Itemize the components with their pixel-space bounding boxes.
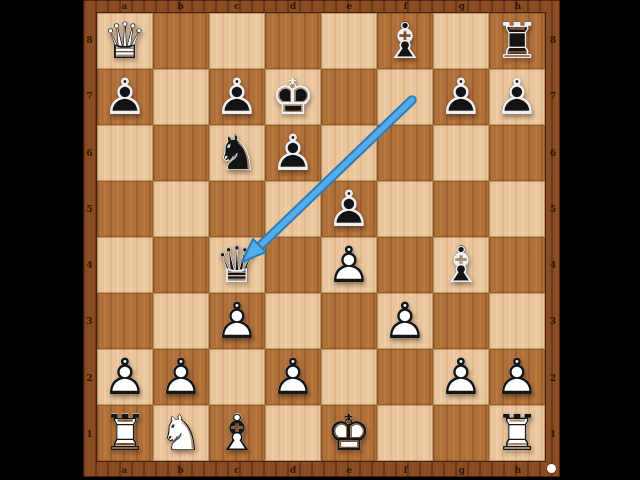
file-label-d: d: [265, 462, 321, 477]
white-pawn-glyph: ♟: [271, 352, 316, 402]
piece-black-pawn-d6[interactable]: ♟♙: [265, 125, 321, 181]
file-label-b: b: [152, 462, 208, 477]
white-pawn-glyph: ♟: [159, 352, 204, 402]
piece-white-knight-b1[interactable]: ♞♘: [153, 405, 209, 461]
black-pawn-detail-glyph: ♙: [271, 128, 316, 178]
rank-label-3: 3: [83, 293, 96, 349]
square-c2[interactable]: [209, 349, 265, 405]
rank-label-7: 7: [83, 68, 96, 124]
square-g2[interactable]: ♟♙: [433, 349, 489, 405]
white-pawn-detail-glyph: ♙: [215, 296, 260, 346]
square-e2[interactable]: [321, 349, 377, 405]
piece-black-pawn-c7[interactable]: ♟♙: [209, 69, 265, 125]
white-pawn-glyph: ♟: [215, 296, 260, 346]
black-pawn-detail-glyph: ♙: [327, 184, 372, 234]
square-d7[interactable]: ♚♔: [265, 69, 321, 125]
piece-black-bishop-f8[interactable]: ♝♗: [377, 13, 433, 69]
white-rook-glyph: ♜: [495, 408, 540, 458]
black-pawn-detail-glyph: ♙: [439, 72, 484, 122]
file-labels-top: abcdefgh: [96, 0, 546, 12]
square-c1[interactable]: ♝♗: [209, 405, 265, 461]
square-c4[interactable]: ♛♕: [209, 237, 265, 293]
white-pawn-glyph: ♟: [327, 240, 372, 290]
square-e5[interactable]: ♟♙: [321, 181, 377, 237]
black-pawn-glyph: ♟: [215, 72, 260, 122]
square-d4[interactable]: [265, 237, 321, 293]
black-pawn-glyph: ♟: [495, 72, 540, 122]
square-d2[interactable]: ♟♙: [265, 349, 321, 405]
square-b1[interactable]: ♞♘: [153, 405, 209, 461]
square-g3[interactable]: [433, 293, 489, 349]
square-b4[interactable]: [153, 237, 209, 293]
white-knight-glyph: ♞: [159, 408, 204, 458]
square-d3[interactable]: [265, 293, 321, 349]
black-pawn-detail-glyph: ♙: [103, 72, 148, 122]
white-rook-detail-glyph: ♖: [103, 408, 148, 458]
white-pawn-detail-glyph: ♙: [103, 352, 148, 402]
square-f6[interactable]: [377, 125, 433, 181]
white-pawn-detail-glyph: ♙: [439, 352, 484, 402]
rank-labels-right: 87654321: [546, 12, 560, 462]
square-b6[interactable]: [153, 125, 209, 181]
black-queen-glyph: ♛: [215, 240, 260, 290]
black-bishop-glyph: ♝: [439, 240, 484, 290]
rank-label-4: 4: [546, 237, 560, 293]
rank-label-4: 4: [83, 237, 96, 293]
square-c7[interactable]: ♟♙: [209, 69, 265, 125]
piece-white-rook-h1[interactable]: ♜♖: [489, 405, 545, 461]
square-c8[interactable]: [209, 13, 265, 69]
square-h7[interactable]: ♟♙: [489, 69, 545, 125]
piece-black-pawn-g7[interactable]: ♟♙: [433, 69, 489, 125]
white-king-detail-glyph: ♔: [327, 408, 372, 458]
square-e6[interactable]: [321, 125, 377, 181]
square-a7[interactable]: ♟♙: [97, 69, 153, 125]
piece-white-pawn-h2[interactable]: ♟♙: [489, 349, 545, 405]
file-label-g: g: [434, 0, 490, 12]
white-pawn-detail-glyph: ♙: [159, 352, 204, 402]
white-queen-glyph: ♛: [103, 16, 148, 66]
square-b5[interactable]: [153, 181, 209, 237]
square-h6[interactable]: [489, 125, 545, 181]
square-e3[interactable]: [321, 293, 377, 349]
left-letterbox: [0, 0, 83, 480]
square-e8[interactable]: [321, 13, 377, 69]
piece-black-pawn-a7[interactable]: ♟♙: [97, 69, 153, 125]
white-to-move-indicator: [547, 464, 556, 473]
rank-label-1: 1: [546, 406, 560, 462]
black-bishop-glyph: ♝: [383, 16, 428, 66]
square-d1[interactable]: [265, 405, 321, 461]
rank-label-2: 2: [546, 350, 560, 406]
piece-white-rook-a1[interactable]: ♜♖: [97, 405, 153, 461]
black-bishop-detail-glyph: ♗: [383, 16, 428, 66]
piece-white-pawn-a2[interactable]: ♟♙: [97, 349, 153, 405]
square-f2[interactable]: [377, 349, 433, 405]
white-bishop-glyph: ♝: [215, 408, 260, 458]
white-pawn-glyph: ♟: [495, 352, 540, 402]
square-a4[interactable]: [97, 237, 153, 293]
file-label-h: h: [490, 0, 546, 12]
piece-black-pawn-h7[interactable]: ♟♙: [489, 69, 545, 125]
piece-black-pawn-e5[interactable]: ♟♙: [321, 181, 377, 237]
file-label-h: h: [490, 462, 546, 477]
square-h2[interactable]: ♟♙: [489, 349, 545, 405]
white-rook-glyph: ♜: [103, 408, 148, 458]
piece-white-pawn-c3[interactable]: ♟♙: [209, 293, 265, 349]
file-label-c: c: [209, 462, 265, 477]
black-king-detail-glyph: ♔: [271, 72, 316, 122]
black-rook-glyph: ♜: [495, 16, 540, 66]
piece-black-bishop-g4[interactable]: ♝♗: [433, 237, 489, 293]
square-f7[interactable]: [377, 69, 433, 125]
piece-white-pawn-g2[interactable]: ♟♙: [433, 349, 489, 405]
square-a6[interactable]: [97, 125, 153, 181]
rank-label-6: 6: [546, 125, 560, 181]
piece-white-pawn-e4[interactable]: ♟♙: [321, 237, 377, 293]
square-a8[interactable]: ♛♕: [97, 13, 153, 69]
black-pawn-glyph: ♟: [327, 184, 372, 234]
black-pawn-detail-glyph: ♙: [495, 72, 540, 122]
screenshot-root: abcdefgh abcdefgh 87654321 87654321 ♛♕♝♗…: [0, 0, 640, 480]
white-king-glyph: ♚: [327, 408, 372, 458]
square-e4[interactable]: ♟♙: [321, 237, 377, 293]
square-e7[interactable]: [321, 69, 377, 125]
white-pawn-detail-glyph: ♙: [383, 296, 428, 346]
black-queen-detail-glyph: ♕: [215, 240, 260, 290]
piece-black-knight-c6[interactable]: ♞♘: [209, 125, 265, 181]
black-rook-detail-glyph: ♖: [495, 16, 540, 66]
square-h8[interactable]: ♜♖: [489, 13, 545, 69]
file-label-e: e: [321, 0, 377, 12]
white-pawn-glyph: ♟: [103, 352, 148, 402]
file-label-a: a: [96, 462, 152, 477]
square-g6[interactable]: [433, 125, 489, 181]
chess-board: abcdefgh abcdefgh 87654321 87654321 ♛♕♝♗…: [83, 0, 560, 477]
rank-label-8: 8: [546, 12, 560, 68]
square-a5[interactable]: [97, 181, 153, 237]
white-queen-detail-glyph: ♕: [103, 16, 148, 66]
file-label-f: f: [377, 462, 433, 477]
square-b3[interactable]: [153, 293, 209, 349]
white-rook-detail-glyph: ♖: [495, 408, 540, 458]
piece-black-king-d7[interactable]: ♚♔: [265, 69, 321, 125]
piece-black-rook-h8[interactable]: ♜♖: [489, 13, 545, 69]
piece-white-king-e1[interactable]: ♚♔: [321, 405, 377, 461]
rank-label-8: 8: [83, 12, 96, 68]
black-knight-glyph: ♞: [215, 128, 260, 178]
file-label-a: a: [96, 0, 152, 12]
square-f5[interactable]: [377, 181, 433, 237]
square-b8[interactable]: [153, 13, 209, 69]
white-pawn-glyph: ♟: [383, 296, 428, 346]
file-label-g: g: [434, 462, 490, 477]
rank-label-5: 5: [546, 181, 560, 237]
file-label-f: f: [377, 0, 433, 12]
square-f8[interactable]: ♝♗: [377, 13, 433, 69]
right-letterbox: [560, 0, 640, 480]
square-h3[interactable]: [489, 293, 545, 349]
square-a3[interactable]: [97, 293, 153, 349]
square-g4[interactable]: ♝♗: [433, 237, 489, 293]
square-d6[interactable]: ♟♙: [265, 125, 321, 181]
white-pawn-detail-glyph: ♙: [271, 352, 316, 402]
rank-labels-left: 87654321: [83, 12, 96, 462]
file-label-d: d: [265, 0, 321, 12]
square-d5[interactable]: [265, 181, 321, 237]
square-e1[interactable]: ♚♔: [321, 405, 377, 461]
white-pawn-glyph: ♟: [439, 352, 484, 402]
square-h5[interactable]: [489, 181, 545, 237]
black-bishop-detail-glyph: ♗: [439, 240, 484, 290]
square-b7[interactable]: [153, 69, 209, 125]
piece-white-bishop-c1[interactable]: ♝♗: [209, 405, 265, 461]
black-pawn-glyph: ♟: [439, 72, 484, 122]
square-g1[interactable]: [433, 405, 489, 461]
square-c6[interactable]: ♞♘: [209, 125, 265, 181]
square-d8[interactable]: [265, 13, 321, 69]
black-pawn-glyph: ♟: [103, 72, 148, 122]
white-pawn-detail-glyph: ♙: [495, 352, 540, 402]
square-g5[interactable]: [433, 181, 489, 237]
piece-white-queen-a8[interactable]: ♛♕: [97, 13, 153, 69]
black-pawn-glyph: ♟: [271, 128, 316, 178]
file-label-c: c: [209, 0, 265, 12]
file-label-e: e: [321, 462, 377, 477]
square-f4[interactable]: [377, 237, 433, 293]
square-c3[interactable]: ♟♙: [209, 293, 265, 349]
rank-label-1: 1: [83, 406, 96, 462]
white-pawn-detail-glyph: ♙: [327, 240, 372, 290]
square-g8[interactable]: [433, 13, 489, 69]
piece-white-pawn-b2[interactable]: ♟♙: [153, 349, 209, 405]
square-a1[interactable]: ♜♖: [97, 405, 153, 461]
square-f3[interactable]: ♟♙: [377, 293, 433, 349]
black-knight-detail-glyph: ♘: [215, 128, 260, 178]
file-labels-bottom: abcdefgh: [96, 462, 546, 477]
rank-label-2: 2: [83, 350, 96, 406]
white-bishop-detail-glyph: ♗: [215, 408, 260, 458]
piece-white-pawn-d2[interactable]: ♟♙: [265, 349, 321, 405]
square-h1[interactable]: ♜♖: [489, 405, 545, 461]
square-f1[interactable]: [377, 405, 433, 461]
file-label-b: b: [152, 0, 208, 12]
rank-label-5: 5: [83, 181, 96, 237]
square-a2[interactable]: ♟♙: [97, 349, 153, 405]
square-c5[interactable]: [209, 181, 265, 237]
square-g7[interactable]: ♟♙: [433, 69, 489, 125]
rank-label-7: 7: [546, 68, 560, 124]
piece-white-pawn-f3[interactable]: ♟♙: [377, 293, 433, 349]
white-knight-detail-glyph: ♘: [159, 408, 204, 458]
board-grid: ♛♕♝♗♜♖♟♙♟♙♚♔♟♙♟♙♞♘♟♙♟♙♛♕♟♙♝♗♟♙♟♙♟♙♟♙♟♙♟♙…: [96, 12, 546, 462]
rank-label-3: 3: [546, 293, 560, 349]
square-b2[interactable]: ♟♙: [153, 349, 209, 405]
piece-black-queen-c4[interactable]: ♛♕: [209, 237, 265, 293]
square-h4[interactable]: [489, 237, 545, 293]
black-king-glyph: ♚: [271, 72, 316, 122]
rank-label-6: 6: [83, 125, 96, 181]
black-pawn-detail-glyph: ♙: [215, 72, 260, 122]
